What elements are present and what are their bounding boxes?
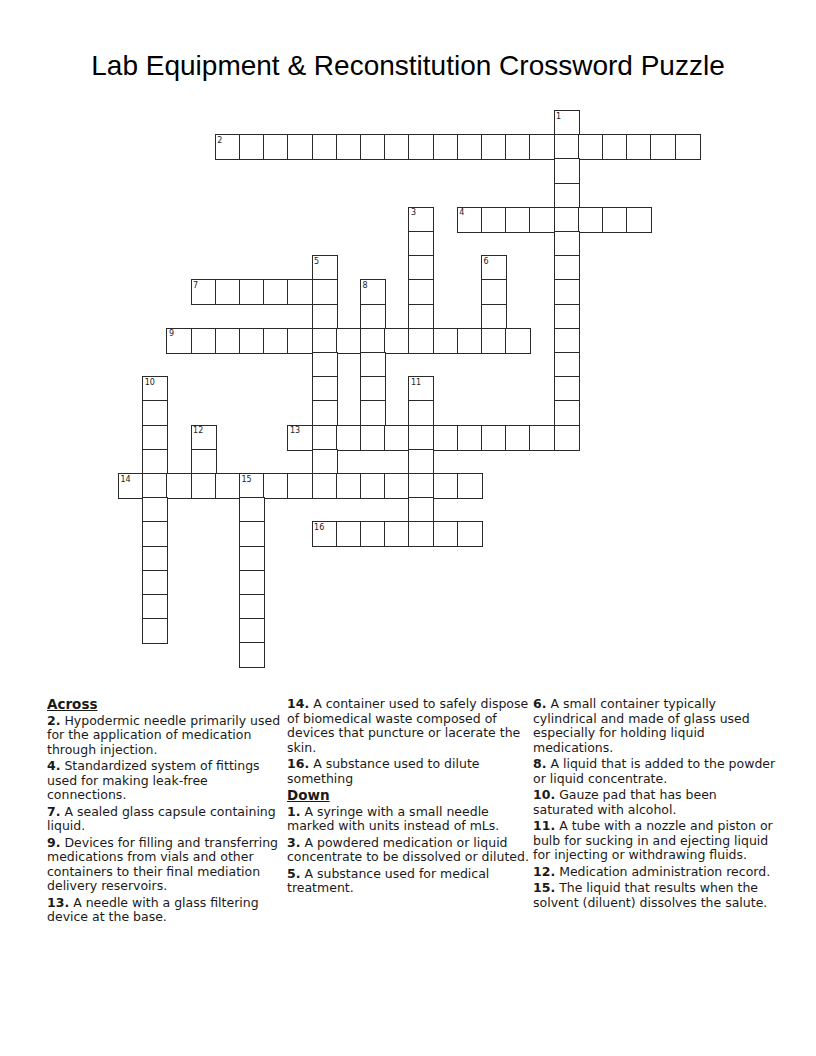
grid-cell-r17c9[interactable] — [336, 521, 362, 547]
grid-cell-r20c1[interactable] — [142, 594, 168, 620]
grid-cell-r1c21[interactable] — [626, 134, 652, 160]
grid-cell-r5c12[interactable] — [408, 231, 434, 257]
grid-cell-r13c8[interactable] — [312, 425, 338, 451]
grid-cell-r9c11[interactable] — [384, 328, 410, 354]
grid-cell-r21c1[interactable] — [142, 618, 168, 644]
grid-cell-r1c10[interactable] — [360, 134, 386, 160]
grid-cell-r5c18[interactable] — [554, 231, 580, 257]
grid-cell-r19c1[interactable] — [142, 570, 168, 596]
cell-number-11: 11 — [411, 378, 421, 387]
clue-4: 4. Standardized system of fittings used … — [47, 759, 287, 803]
grid-cell-r15c7[interactable] — [287, 473, 313, 499]
grid-cell-r1c23[interactable] — [675, 134, 701, 160]
grid-cell-r13c3[interactable]: 12 — [191, 425, 217, 451]
clues-column-middle: 14. A container used to safely dispose o… — [287, 697, 533, 898]
grid-cell-r15c11[interactable] — [384, 473, 410, 499]
grid-cell-r17c10[interactable] — [360, 521, 386, 547]
grid-cell-r7c4[interactable] — [215, 279, 241, 305]
grid-cell-r13c17[interactable] — [529, 425, 555, 451]
cell-number-8: 8 — [363, 281, 368, 290]
grid-cell-r8c10[interactable] — [360, 304, 386, 330]
grid-cell-r9c4[interactable] — [215, 328, 241, 354]
grid-cell-r9c9[interactable] — [336, 328, 362, 354]
cell-number-2: 2 — [217, 136, 222, 145]
grid-cell-r12c18[interactable] — [554, 400, 580, 426]
grid-cell-r15c8[interactable] — [312, 473, 338, 499]
grid-cell-r9c2[interactable]: 9 — [166, 328, 192, 354]
grid-cell-r7c15[interactable] — [481, 279, 507, 305]
grid-cell-r15c2[interactable] — [166, 473, 192, 499]
clue-5: 5. A substance used for medical treatmen… — [287, 867, 533, 896]
grid-cell-r6c8[interactable]: 5 — [312, 255, 338, 281]
grid-cell-r14c3[interactable] — [191, 449, 217, 475]
page-title: Lab Equipment & Reconstitution Crossword… — [0, 50, 816, 82]
grid-cell-r14c12[interactable] — [408, 449, 434, 475]
grid-cell-r9c3[interactable] — [191, 328, 217, 354]
grid-cell-r3c18[interactable] — [554, 183, 580, 209]
grid-cell-r1c7[interactable] — [287, 134, 313, 160]
grid-cell-r1c18[interactable] — [554, 134, 580, 160]
grid-cell-r10c8[interactable] — [312, 352, 338, 378]
grid-cell-r13c10[interactable] — [360, 425, 386, 451]
grid-cell-r17c12[interactable] — [408, 521, 434, 547]
clue-2: 2. Hypodermic needle primarily used for … — [47, 714, 287, 758]
cell-number-4: 4 — [459, 208, 464, 217]
grid-cell-r9c16[interactable] — [505, 328, 531, 354]
grid-cell-r19c5[interactable] — [239, 570, 265, 596]
grid-cell-r15c0[interactable]: 14 — [118, 473, 144, 499]
grid-cell-r4c12[interactable]: 3 — [408, 207, 434, 233]
grid-cell-r11c1[interactable]: 10 — [142, 376, 168, 402]
grid-cell-r13c13[interactable] — [433, 425, 459, 451]
grid-cell-r9c7[interactable] — [287, 328, 313, 354]
grid-cell-r0c18[interactable]: 1 — [554, 110, 580, 136]
cell-number-12: 12 — [193, 426, 203, 435]
across-header: Across — [47, 697, 287, 712]
clue-16: 16. A substance used to dilute something — [287, 757, 533, 786]
grid-cell-r1c6[interactable] — [263, 134, 289, 160]
grid-cell-r4c15[interactable] — [481, 207, 507, 233]
cell-number-7: 7 — [193, 281, 198, 290]
grid-cell-r15c12[interactable] — [408, 473, 434, 499]
grid-cell-r8c8[interactable] — [312, 304, 338, 330]
grid-cell-r16c1[interactable] — [142, 497, 168, 523]
grid-cell-r15c6[interactable] — [263, 473, 289, 499]
clue-11: 11. A tube with a nozzle and piston or b… — [533, 819, 781, 863]
grid-cell-r1c14[interactable] — [457, 134, 483, 160]
grid-cell-r13c1[interactable] — [142, 425, 168, 451]
grid-cell-r13c9[interactable] — [336, 425, 362, 451]
grid-cell-r7c3[interactable]: 7 — [191, 279, 217, 305]
grid-cell-r12c8[interactable] — [312, 400, 338, 426]
cell-number-16: 16 — [314, 523, 324, 532]
grid-cell-r13c18[interactable] — [554, 425, 580, 451]
grid-cell-r4c19[interactable] — [578, 207, 604, 233]
grid-cell-r12c12[interactable] — [408, 400, 434, 426]
grid-cell-r15c5[interactable]: 15 — [239, 473, 265, 499]
grid-cell-r17c14[interactable] — [457, 521, 483, 547]
grid-cell-r1c16[interactable] — [505, 134, 531, 160]
grid-cell-r8c12[interactable] — [408, 304, 434, 330]
grid-cell-r9c8[interactable] — [312, 328, 338, 354]
grid-cell-r13c14[interactable] — [457, 425, 483, 451]
grid-cell-r10c18[interactable] — [554, 352, 580, 378]
grid-cell-r9c6[interactable] — [263, 328, 289, 354]
clue-3: 3. A powdered medication or liquid conce… — [287, 836, 533, 865]
grid-cell-r6c18[interactable] — [554, 255, 580, 281]
grid-cell-r17c5[interactable] — [239, 521, 265, 547]
down-header: Down — [287, 788, 533, 803]
grid-cell-r12c10[interactable] — [360, 400, 386, 426]
grid-cell-r15c4[interactable] — [215, 473, 241, 499]
cell-number-1: 1 — [556, 112, 561, 121]
cell-number-13: 13 — [290, 426, 300, 435]
grid-cell-r15c14[interactable] — [457, 473, 483, 499]
cell-number-3: 3 — [411, 208, 416, 217]
cell-number-10: 10 — [145, 378, 155, 387]
grid-cell-r7c7[interactable] — [287, 279, 313, 305]
cell-number-14: 14 — [121, 475, 131, 484]
clue-15: 15. The liquid that results when the sol… — [533, 881, 781, 910]
grid-cell-r15c1[interactable] — [142, 473, 168, 499]
crossword-grid: 12345678910111213141516 — [118, 110, 700, 668]
grid-cell-r4c18[interactable] — [554, 207, 580, 233]
clue-8: 8. A liquid that is added to the powder … — [533, 757, 781, 786]
grid-cell-r16c5[interactable] — [239, 497, 265, 523]
grid-cell-r1c8[interactable] — [312, 134, 338, 160]
grid-cell-r4c21[interactable] — [626, 207, 652, 233]
grid-cell-r9c10[interactable] — [360, 328, 386, 354]
grid-cell-r9c13[interactable] — [433, 328, 459, 354]
cell-number-5: 5 — [314, 257, 319, 266]
grid-cell-r1c19[interactable] — [578, 134, 604, 160]
grid-cell-r13c7[interactable]: 13 — [287, 425, 313, 451]
grid-cell-r7c18[interactable] — [554, 279, 580, 305]
grid-cell-r14c8[interactable] — [312, 449, 338, 475]
grid-cell-r1c17[interactable] — [529, 134, 555, 160]
grid-cell-r11c12[interactable]: 11 — [408, 376, 434, 402]
grid-cell-r1c5[interactable] — [239, 134, 265, 160]
grid-cell-r9c5[interactable] — [239, 328, 265, 354]
grid-cell-r18c1[interactable] — [142, 546, 168, 572]
grid-cell-r11c8[interactable] — [312, 376, 338, 402]
cell-number-15: 15 — [242, 475, 252, 484]
clue-7: 7. A sealed glass capsule containing liq… — [47, 805, 287, 834]
grid-cell-r9c14[interactable] — [457, 328, 483, 354]
grid-cell-r16c12[interactable] — [408, 497, 434, 523]
grid-cell-r4c16[interactable] — [505, 207, 531, 233]
grid-cell-r7c5[interactable] — [239, 279, 265, 305]
grid-cell-r2c18[interactable] — [554, 158, 580, 184]
clues-column-down: 6. A small container typically cylindric… — [533, 697, 781, 912]
grid-cell-r15c10[interactable] — [360, 473, 386, 499]
grid-cell-r17c11[interactable] — [384, 521, 410, 547]
grid-cell-r11c10[interactable] — [360, 376, 386, 402]
grid-cell-r20c5[interactable] — [239, 594, 265, 620]
grid-cell-r22c5[interactable] — [239, 642, 265, 668]
grid-cell-r7c12[interactable] — [408, 279, 434, 305]
grid-cell-r1c4[interactable]: 2 — [215, 134, 241, 160]
clue-10: 10. Gauze pad that has been saturated wi… — [533, 788, 781, 817]
grid-cell-r9c18[interactable] — [554, 328, 580, 354]
clue-1: 1. A syringe with a small needle marked … — [287, 805, 533, 834]
grid-cell-r4c20[interactable] — [602, 207, 628, 233]
clue-6: 6. A small container typically cylindric… — [533, 697, 781, 755]
grid-cell-r21c5[interactable] — [239, 618, 265, 644]
grid-cell-r1c20[interactable] — [602, 134, 628, 160]
grid-cell-r15c3[interactable] — [191, 473, 217, 499]
clue-13: 13. A needle with a glass filtering devi… — [47, 896, 287, 925]
grid-cell-r7c6[interactable] — [263, 279, 289, 305]
grid-cell-r7c10[interactable]: 8 — [360, 279, 386, 305]
clues-column-across: Across2. Hypodermic needle primarily use… — [47, 697, 287, 927]
grid-cell-r1c12[interactable] — [408, 134, 434, 160]
grid-cell-r4c17[interactable] — [529, 207, 555, 233]
grid-cell-r14c1[interactable] — [142, 449, 168, 475]
grid-cell-r6c12[interactable] — [408, 255, 434, 281]
grid-cell-r13c12[interactable] — [408, 425, 434, 451]
grid-cell-r1c11[interactable] — [384, 134, 410, 160]
grid-cell-r6c15[interactable]: 6 — [481, 255, 507, 281]
grid-cell-r12c1[interactable] — [142, 400, 168, 426]
grid-cell-r11c18[interactable] — [554, 376, 580, 402]
cell-number-6: 6 — [484, 257, 489, 266]
grid-cell-r9c12[interactable] — [408, 328, 434, 354]
clue-14: 14. A container used to safely dispose o… — [287, 697, 533, 755]
grid-cell-r13c16[interactable] — [505, 425, 531, 451]
grid-cell-r17c1[interactable] — [142, 521, 168, 547]
grid-cell-r4c14[interactable]: 4 — [457, 207, 483, 233]
grid-cell-r15c9[interactable] — [336, 473, 362, 499]
clue-9: 9. Devices for filling and transferring … — [47, 836, 287, 894]
grid-cell-r18c5[interactable] — [239, 546, 265, 572]
clue-12: 12. Medication administration record. — [533, 865, 781, 880]
grid-cell-r9c15[interactable] — [481, 328, 507, 354]
grid-cell-r1c22[interactable] — [650, 134, 676, 160]
cell-number-9: 9 — [169, 329, 174, 338]
grid-cell-r8c18[interactable] — [554, 304, 580, 330]
grid-cell-r1c15[interactable] — [481, 134, 507, 160]
grid-cell-r13c15[interactable] — [481, 425, 507, 451]
grid-cell-r1c13[interactable] — [433, 134, 459, 160]
grid-cell-r10c10[interactable] — [360, 352, 386, 378]
grid-cell-r8c15[interactable] — [481, 304, 507, 330]
grid-cell-r13c11[interactable] — [384, 425, 410, 451]
grid-cell-r17c13[interactable] — [433, 521, 459, 547]
grid-cell-r17c8[interactable]: 16 — [312, 521, 338, 547]
grid-cell-r7c8[interactable] — [312, 279, 338, 305]
grid-cell-r15c13[interactable] — [433, 473, 459, 499]
grid-cell-r1c9[interactable] — [336, 134, 362, 160]
